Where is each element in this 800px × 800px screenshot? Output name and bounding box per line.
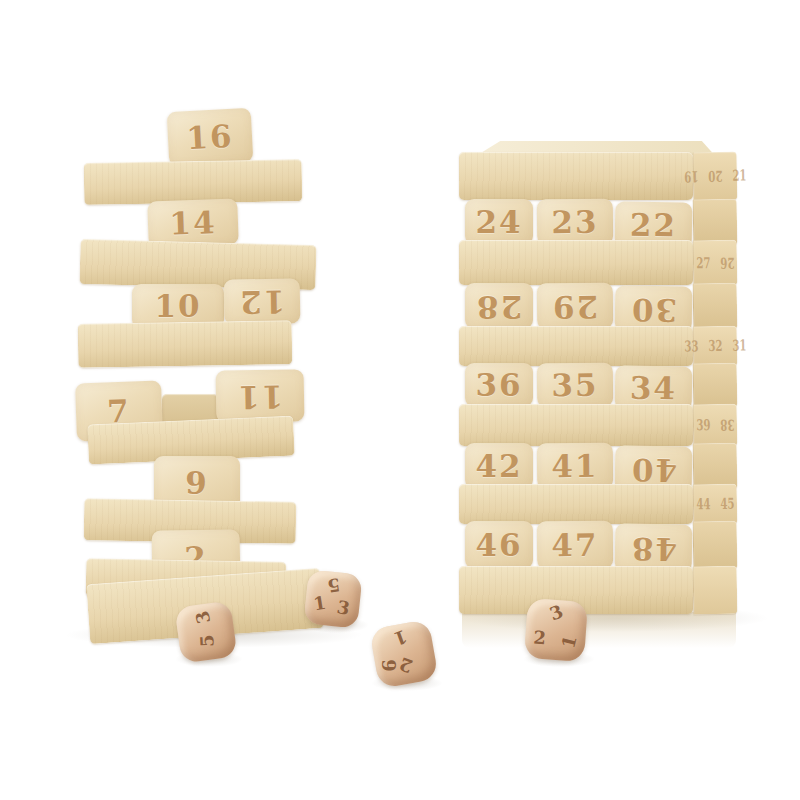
tower-side-face [693,443,738,490]
side-block-end-45: 45 [720,495,735,513]
block-11[interactable]: 11 [216,369,305,423]
side-block-end-27: 27 [696,254,711,272]
block-number-42: 42 [475,451,522,482]
die-4-face-top: 3 [547,602,565,623]
tower-side-face: 3938 [693,404,738,447]
die-2-face-front-right: 3 [336,598,352,618]
block-number-9: 9 [185,468,209,499]
block-number-48: 48 [630,532,678,564]
plain-block[interactable] [459,240,693,285]
plain-block[interactable] [459,326,693,366]
block-number-10: 10 [154,291,201,322]
side-block-end-39: 39 [696,416,711,434]
block-24[interactable]: 24 [465,199,533,245]
block-29[interactable]: 29 [537,283,613,330]
side-block-end-31: 31 [732,336,747,354]
plain-block[interactable] [459,152,693,200]
side-block-end-44: 44 [696,495,711,513]
die-1[interactable]: 35 [174,600,237,663]
block-number-23: 23 [551,206,598,237]
die-3-face-front: 2 [397,654,415,675]
die-3-face-top: 1 [391,627,409,648]
block-number-30: 30 [630,293,678,325]
side-block-end-26: 26 [720,253,735,271]
die-4-face-front-right: 1 [560,634,580,651]
die-2-face-top: 5 [326,575,341,595]
block-36[interactable]: 36 [465,363,533,407]
block-47[interactable]: 47 [537,521,613,570]
tower-side-face [693,363,738,408]
plain-block[interactable] [84,159,303,205]
side-block-end-19: 19 [684,167,699,185]
block-number-14: 14 [169,207,217,240]
block-28[interactable]: 28 [465,283,533,329]
side-block-end-33: 33 [684,337,699,355]
block-35[interactable]: 35 [537,363,613,408]
tower-side-face: 4445 [693,484,738,525]
tower-side-face [693,566,738,615]
scene: 1614101271192 19202124232227262829303332… [0,0,800,800]
block-number-11: 11 [236,380,284,412]
block-number-24: 24 [475,207,522,238]
tower-side-face [693,199,738,246]
block-number-29: 29 [551,290,598,321]
right-tower-reflection [462,612,736,648]
die-2[interactable]: 513 [303,569,362,628]
die-4[interactable]: 321 [524,598,588,662]
block-42[interactable]: 42 [465,443,533,489]
block-number-36: 36 [475,370,522,401]
tower-side-face: 333231 [693,326,738,367]
side-block-end-32: 32 [708,337,723,355]
side-block-end-21: 21 [732,166,747,184]
die-1-face-top: 3 [193,609,213,625]
block-number-41: 41 [551,450,598,481]
block-41[interactable]: 41 [537,443,613,490]
block-number-47: 47 [551,529,598,560]
block-23[interactable]: 23 [537,199,613,246]
block-number-12: 12 [238,286,286,318]
plain-block[interactable] [78,320,293,368]
side-block-end-38: 38 [720,416,735,434]
block-number-28: 28 [475,291,522,322]
die-3[interactable]: 162 [369,619,439,689]
die-2-face-front-left: 1 [312,594,327,614]
block-16[interactable]: 16 [167,108,254,166]
die-1-face-front: 5 [198,634,217,647]
block-number-46: 46 [475,530,522,561]
block-number-34: 34 [630,372,678,404]
block-number-22: 22 [630,209,678,241]
tower-side-face [693,521,738,570]
plain-block[interactable] [459,484,693,524]
tower-side-face: 192021 [693,152,738,201]
die-4-face-front-left: 2 [533,628,547,647]
tower-side-face [693,283,738,330]
block-number-35: 35 [551,369,598,400]
block-12[interactable]: 12 [224,278,301,324]
block-number-16: 16 [186,120,235,153]
tower-side-face: 2726 [693,240,738,286]
plain-block[interactable] [459,404,693,446]
block-number-40: 40 [630,453,678,485]
block-46[interactable]: 46 [465,521,533,569]
side-block-end-20: 20 [708,167,723,185]
